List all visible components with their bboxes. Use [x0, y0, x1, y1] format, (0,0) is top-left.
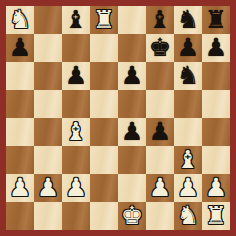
square-a4[interactable]	[6, 118, 34, 146]
piece-black-pawn-a7[interactable]: ♟	[6, 34, 34, 62]
square-h4[interactable]	[202, 118, 230, 146]
square-a3[interactable]	[6, 146, 34, 174]
piece-white-bishop-c4[interactable]: ♝	[62, 118, 90, 146]
square-g4[interactable]	[174, 118, 202, 146]
square-a1[interactable]	[6, 202, 34, 230]
square-c5[interactable]	[62, 90, 90, 118]
square-f7[interactable]: ♚	[146, 34, 174, 62]
square-h2[interactable]: ♟	[202, 174, 230, 202]
square-b3[interactable]	[34, 146, 62, 174]
square-b5[interactable]	[34, 90, 62, 118]
piece-white-knight-a8[interactable]: ♞	[6, 6, 34, 34]
piece-black-pawn-e4[interactable]: ♟	[118, 118, 146, 146]
square-g2[interactable]: ♟	[174, 174, 202, 202]
square-d3[interactable]	[90, 146, 118, 174]
piece-white-pawn-f2[interactable]: ♟	[146, 174, 174, 202]
square-c1[interactable]	[62, 202, 90, 230]
square-e4[interactable]: ♟	[118, 118, 146, 146]
square-c7[interactable]	[62, 34, 90, 62]
square-e1[interactable]: ♚	[118, 202, 146, 230]
square-b4[interactable]	[34, 118, 62, 146]
piece-black-pawn-e6[interactable]: ♟	[118, 62, 146, 90]
square-h7[interactable]: ♟	[202, 34, 230, 62]
square-f5[interactable]	[146, 90, 174, 118]
piece-white-pawn-a2[interactable]: ♟	[6, 174, 34, 202]
piece-white-king-e1[interactable]: ♚	[118, 202, 146, 230]
piece-white-rook-h1[interactable]: ♜	[202, 202, 230, 230]
square-f4[interactable]: ♟	[146, 118, 174, 146]
square-f3[interactable]	[146, 146, 174, 174]
square-b8[interactable]	[34, 6, 62, 34]
square-g8[interactable]: ♞	[174, 6, 202, 34]
square-c6[interactable]: ♟	[62, 62, 90, 90]
piece-white-pawn-g2[interactable]: ♟	[174, 174, 202, 202]
square-a2[interactable]: ♟	[6, 174, 34, 202]
piece-white-rook-d8[interactable]: ♜	[90, 6, 118, 34]
square-h1[interactable]: ♜	[202, 202, 230, 230]
piece-black-pawn-g7[interactable]: ♟	[174, 34, 202, 62]
square-f2[interactable]: ♟	[146, 174, 174, 202]
square-b2[interactable]: ♟	[34, 174, 62, 202]
piece-white-pawn-c2[interactable]: ♟	[62, 174, 90, 202]
square-a5[interactable]	[6, 90, 34, 118]
square-h3[interactable]	[202, 146, 230, 174]
square-b7[interactable]	[34, 34, 62, 62]
square-d1[interactable]	[90, 202, 118, 230]
square-e6[interactable]: ♟	[118, 62, 146, 90]
square-e2[interactable]	[118, 174, 146, 202]
square-g3[interactable]: ♝	[174, 146, 202, 174]
piece-white-pawn-h2[interactable]: ♟	[202, 174, 230, 202]
piece-black-pawn-h7[interactable]: ♟	[202, 34, 230, 62]
piece-black-pawn-f4[interactable]: ♟	[146, 118, 174, 146]
square-d8[interactable]: ♜	[90, 6, 118, 34]
square-d5[interactable]	[90, 90, 118, 118]
square-h6[interactable]	[202, 62, 230, 90]
square-e7[interactable]	[118, 34, 146, 62]
square-d6[interactable]	[90, 62, 118, 90]
square-h8[interactable]: ♜	[202, 6, 230, 34]
square-c2[interactable]: ♟	[62, 174, 90, 202]
chess-board: ♞♝♜♝♞♜♟♚♟♟♟♟♞♝♟♟♝♟♟♟♟♟♟♚♞♜	[6, 6, 230, 230]
square-a6[interactable]	[6, 62, 34, 90]
square-b1[interactable]	[34, 202, 62, 230]
piece-black-bishop-c8[interactable]: ♝	[62, 6, 90, 34]
square-e5[interactable]	[118, 90, 146, 118]
piece-black-king-f7[interactable]: ♚	[146, 34, 174, 62]
square-a8[interactable]: ♞	[6, 6, 34, 34]
square-g6[interactable]: ♞	[174, 62, 202, 90]
square-g1[interactable]: ♞	[174, 202, 202, 230]
piece-black-knight-g6[interactable]: ♞	[174, 62, 202, 90]
square-f1[interactable]	[146, 202, 174, 230]
square-e8[interactable]	[118, 6, 146, 34]
square-f8[interactable]: ♝	[146, 6, 174, 34]
square-b6[interactable]	[34, 62, 62, 90]
piece-white-bishop-g3[interactable]: ♝	[174, 146, 202, 174]
square-g7[interactable]: ♟	[174, 34, 202, 62]
square-d4[interactable]	[90, 118, 118, 146]
square-c3[interactable]	[62, 146, 90, 174]
square-c8[interactable]: ♝	[62, 6, 90, 34]
piece-black-rook-h8[interactable]: ♜	[202, 6, 230, 34]
piece-black-knight-g8[interactable]: ♞	[174, 6, 202, 34]
piece-white-knight-g1[interactable]: ♞	[174, 202, 202, 230]
piece-black-bishop-f8[interactable]: ♝	[146, 6, 174, 34]
square-e3[interactable]	[118, 146, 146, 174]
square-c4[interactable]: ♝	[62, 118, 90, 146]
piece-white-pawn-b2[interactable]: ♟	[34, 174, 62, 202]
square-f6[interactable]	[146, 62, 174, 90]
piece-black-pawn-c6[interactable]: ♟	[62, 62, 90, 90]
chess-board-frame: ♞♝♜♝♞♜♟♚♟♟♟♟♞♝♟♟♝♟♟♟♟♟♟♚♞♜	[0, 0, 236, 236]
square-d7[interactable]	[90, 34, 118, 62]
square-g5[interactable]	[174, 90, 202, 118]
square-d2[interactable]	[90, 174, 118, 202]
square-h5[interactable]	[202, 90, 230, 118]
square-a7[interactable]: ♟	[6, 34, 34, 62]
